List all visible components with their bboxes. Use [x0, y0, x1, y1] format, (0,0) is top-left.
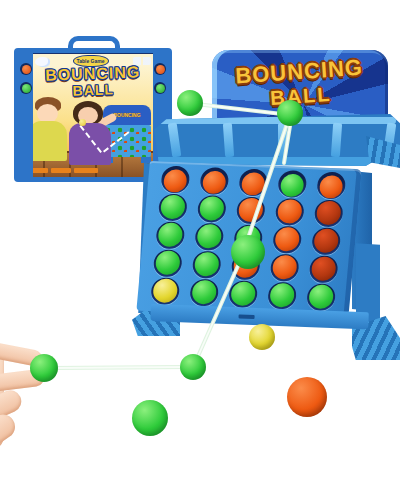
green-ball: [230, 281, 256, 306]
box-ball-hole: [154, 63, 166, 75]
top-drop-tray: [154, 114, 400, 166]
ball-hole: [156, 221, 186, 249]
ball-hole: [161, 165, 191, 193]
ball-bottom-center: [132, 400, 168, 436]
hole-r3-c1: [150, 220, 191, 249]
orange-ball: [318, 175, 343, 199]
orange-ball-loose: [287, 377, 327, 417]
red-ball: [313, 228, 339, 253]
ball-hole: [189, 278, 219, 306]
ball-hole: [236, 196, 266, 224]
box-ball-hole: [20, 82, 32, 94]
ball-held-in-hand: [30, 354, 58, 382]
orange-ball-icon: [22, 65, 31, 74]
hole-r3-c4: [266, 225, 307, 254]
ball-hole: [272, 225, 302, 253]
hole-r5-c4: [261, 280, 302, 309]
slot-divider-fin: [168, 123, 182, 158]
red-ball: [315, 200, 341, 225]
hole-r3-c5: [305, 226, 346, 255]
green-ball: [196, 224, 222, 249]
orange-ball: [274, 227, 300, 252]
ball-hole: [238, 168, 268, 196]
slot-divider-fin: [278, 123, 287, 157]
red-ball: [310, 256, 336, 281]
orange-ball: [277, 199, 303, 224]
ball-hole: [233, 224, 263, 252]
ball-hole: [197, 194, 227, 222]
hole-r2-c2: [191, 194, 232, 223]
green-ball: [160, 195, 186, 220]
box-title: BOUNCING BALL: [19, 63, 168, 99]
ball-hole: [274, 197, 304, 225]
ball-hole: [306, 283, 336, 311]
ball-grid: [145, 164, 352, 311]
hand-palm: [0, 344, 4, 450]
box-front-art: Table Game BOUNCING BALL BOUNCING: [14, 48, 172, 182]
box-small-print: [22, 168, 98, 173]
yellow-ball-loose: [249, 324, 275, 350]
green-ball: [158, 222, 184, 247]
hole-r3-c2: [189, 222, 230, 251]
slot-divider-fin: [223, 123, 234, 158]
green-ball: [235, 225, 261, 250]
embossed-brand-mark: [239, 314, 255, 319]
orange-ball: [202, 171, 227, 195]
slot-divider-fin: [331, 123, 342, 158]
hole-r1-c2: [194, 166, 235, 195]
throw-line-horizontal: [52, 367, 187, 368]
box-art-bouncing-ball-dot: [79, 119, 86, 126]
hole-r2-c3: [230, 195, 271, 224]
ball-hole: [228, 280, 258, 308]
hole-r2-c1: [153, 192, 194, 221]
tray-back-rim: [158, 117, 396, 124]
hole-r4-c1: [148, 248, 189, 277]
hole-r5-c1: [145, 276, 186, 305]
ball-hole: [199, 166, 229, 194]
orange-ball-icon: [156, 65, 165, 74]
hole-r4-c3: [225, 251, 266, 280]
orange-ball: [238, 197, 264, 222]
bird-logo-icon: [35, 57, 48, 66]
green-ball: [269, 283, 295, 308]
orange-ball: [271, 255, 297, 280]
ball-hole: [269, 253, 299, 281]
index-finger: [0, 341, 43, 367]
hole-r1-c1: [155, 164, 196, 193]
thumb: [0, 369, 45, 393]
green-ball-icon: [156, 84, 165, 93]
ball-hole: [192, 250, 222, 278]
hole-r4-c4: [264, 253, 305, 282]
product-photo-stage: Table Game BOUNCING BALL BOUNCING: [0, 0, 400, 488]
ball-hole: [311, 227, 341, 255]
hole-r5-c5: [300, 282, 341, 311]
ball-hole: [267, 281, 297, 309]
green-ball: [308, 284, 334, 309]
tossed-ball-left: [177, 90, 203, 116]
green-ball: [191, 280, 217, 305]
box-art-girl: [65, 101, 117, 171]
ball-hole: [277, 169, 307, 197]
hand-knuckle: [0, 387, 25, 423]
hole-r2-c4: [269, 197, 310, 226]
girl-shirt: [69, 123, 111, 165]
boy-shirt: [29, 121, 67, 161]
hole-r2-c5: [308, 198, 349, 227]
hole-r3-c3: [228, 223, 269, 252]
hole-r4-c5: [303, 254, 344, 283]
hand-knuckle: [0, 410, 20, 450]
hole-r5-c3: [223, 279, 264, 308]
orange-ball: [233, 253, 259, 278]
box-ball-strip-left: [19, 53, 33, 177]
ball-hole: [150, 277, 180, 305]
hole-r1-c3: [233, 167, 274, 196]
hole-r5-c2: [184, 277, 225, 306]
hole-r1-c4: [271, 169, 312, 198]
backboard-title: BOUNCING BALL: [211, 55, 390, 112]
ball-hole: [308, 255, 338, 283]
game-box: Table Game BOUNCING BALL BOUNCING: [14, 36, 162, 174]
yellow-ball: [153, 278, 179, 303]
green-ball: [280, 174, 305, 198]
green-ball-icon: [22, 84, 31, 93]
green-ball: [199, 196, 225, 221]
green-ball: [155, 250, 181, 275]
hole-r1-c5: [310, 170, 351, 199]
grid-panel: [136, 161, 361, 319]
box-ball-hole: [20, 63, 32, 75]
ball-hole: [158, 193, 188, 221]
box-ball-hole: [154, 82, 166, 94]
hole-r4-c2: [186, 250, 227, 279]
green-ball: [194, 252, 220, 277]
throw-line-horizontal: [52, 367, 187, 368]
bounce-point-ball: [180, 354, 206, 380]
orange-ball: [241, 172, 266, 196]
ball-hole: [316, 171, 346, 199]
orange-ball: [163, 169, 188, 193]
ball-hole: [231, 252, 261, 280]
ball-hole: [153, 249, 183, 277]
ball-hole: [194, 222, 224, 250]
ball-hole: [313, 199, 343, 227]
